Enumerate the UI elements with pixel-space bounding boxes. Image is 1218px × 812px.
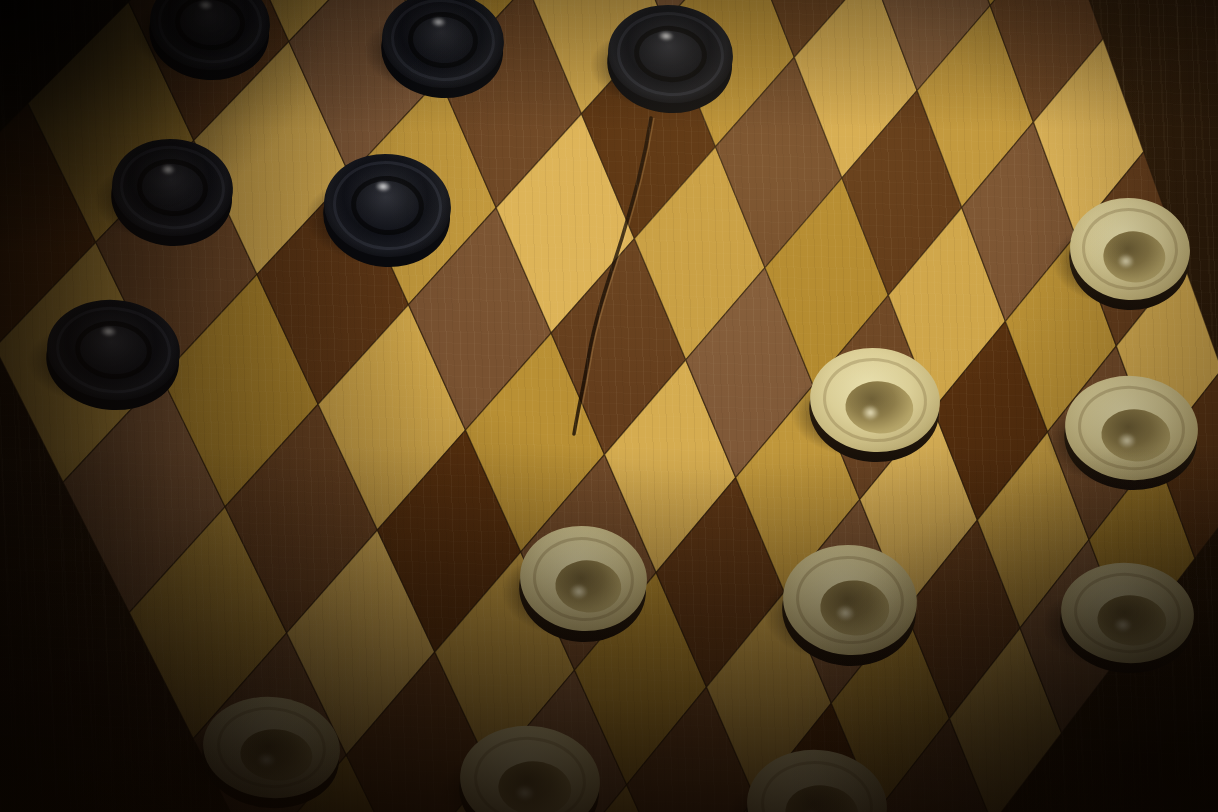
black-checker-piece[interactable] [108,133,237,240]
white-checker-piece[interactable] [806,343,945,458]
piece-bowl-glint [857,401,884,425]
white-checker-piece[interactable] [198,691,343,804]
piece-face [456,720,605,812]
white-checker-piece[interactable] [1060,370,1202,485]
piece-bowl-glint [1108,614,1136,637]
piece-bowl-glint [1113,250,1138,273]
black-checker-piece[interactable] [319,148,454,262]
piece-face [742,744,891,812]
checkers-board-photo [0,0,1218,812]
piece-bowl-glint [510,781,540,806]
black-checker-piece[interactable] [378,0,508,93]
piece-bowl-glint [1112,429,1140,453]
white-checker-piece[interactable] [742,744,891,812]
piece-bowl-glint [252,747,281,770]
white-checker-piece[interactable] [778,539,921,660]
white-checker-piece[interactable] [456,720,605,812]
black-checker-piece[interactable] [146,0,274,75]
white-checker-piece[interactable] [1066,193,1194,305]
black-checker-piece[interactable] [42,294,183,405]
white-checker-piece[interactable] [515,520,651,636]
piece-bowl-glint [565,579,592,603]
black-checker-piece[interactable] [603,0,736,108]
white-checker-piece[interactable] [1056,557,1197,668]
pieces-layer [0,0,1218,812]
piece-bowl-glint [797,806,827,812]
piece-bowl-glint [831,601,859,626]
